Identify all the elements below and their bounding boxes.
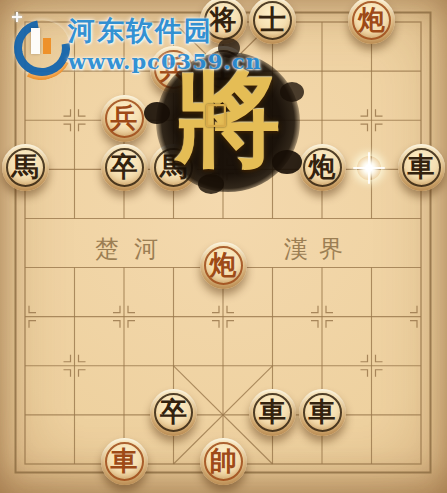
logo-general-character: 將: [175, 65, 281, 171]
piece-glyph: 卒: [160, 398, 187, 425]
piece-black-soldier[interactable]: 卒: [101, 144, 148, 191]
piece-black-chariot[interactable]: 車: [398, 144, 445, 191]
piece-glyph: 車: [259, 398, 286, 425]
piece-glyph: 車: [111, 447, 138, 474]
river-label-right: 漢界: [284, 237, 354, 261]
piece-glyph: 卒: [111, 153, 138, 180]
piece-glyph: 馬: [12, 153, 39, 180]
xiangqi-board: 楚河 漢界 将士炮兵士兵馬卒馬炮車炮卒車車車帥 將 河东软件园 www.pc03…: [0, 0, 447, 493]
piece-glyph: 兵: [111, 104, 138, 131]
piece-glyph: 車: [408, 153, 435, 180]
piece-glyph: 車: [309, 398, 336, 425]
piece-glyph: 士: [259, 6, 286, 33]
piece-glyph: 帥: [210, 447, 237, 474]
piece-black-cannon[interactable]: 炮: [299, 144, 346, 191]
watermark-site-name: 河东软件园: [68, 13, 213, 49]
piece-glyph: 炮: [210, 251, 237, 278]
piece-glyph: 将: [210, 6, 237, 33]
piece-red-cannon[interactable]: 炮: [200, 242, 247, 289]
piece-black-advisor[interactable]: 士: [249, 0, 296, 44]
piece-red-general[interactable]: 帥: [200, 438, 247, 485]
piece-glyph: 炮: [309, 153, 336, 180]
logo-seal-stamp: [206, 104, 226, 127]
site-logo-icon: [10, 12, 66, 74]
watermark-site-url: www.pc0359.cn: [68, 49, 262, 74]
piece-black-chariot[interactable]: 車: [299, 389, 346, 436]
river-label-left: 楚河: [95, 237, 173, 261]
piece-glyph: 炮: [358, 6, 385, 33]
sparkle-effect: [357, 156, 381, 180]
piece-red-cannon[interactable]: 炮: [348, 0, 395, 44]
piece-black-horse[interactable]: 馬: [2, 144, 49, 191]
piece-red-soldier[interactable]: 兵: [101, 95, 148, 142]
piece-red-chariot[interactable]: 車: [101, 438, 148, 485]
star-icon: [12, 12, 22, 22]
